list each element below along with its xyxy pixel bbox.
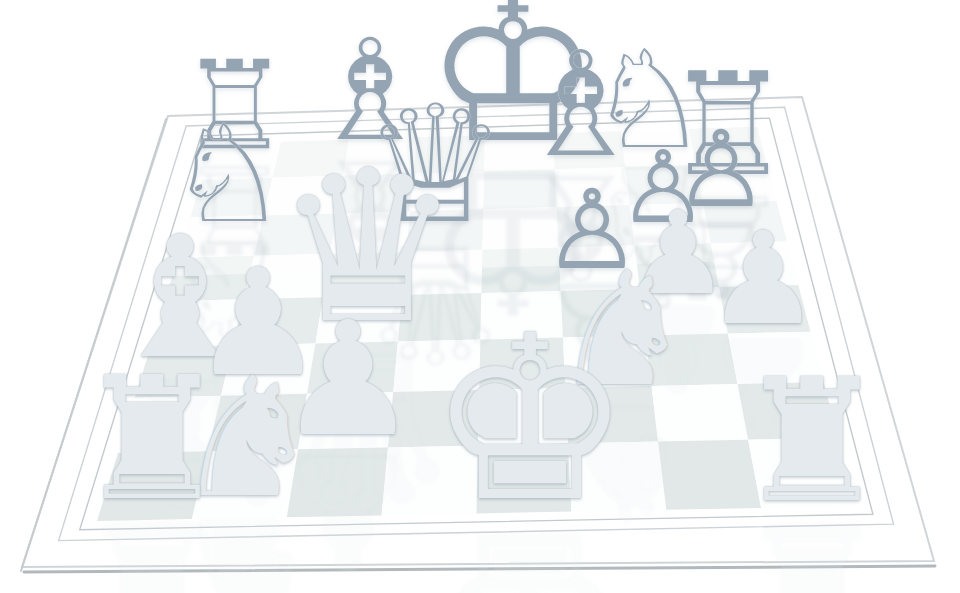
- piece-frosted-rook-h1[interactable]: ♜: [736, 356, 888, 526]
- piece-frosted-rook-a1[interactable]: ♜: [76, 354, 228, 524]
- piece-frosted-king-e1[interactable]: ♚: [428, 305, 632, 533]
- glass-chess-photo: ♗♗♔♔♘♘♖♖♗♗♖♖♙♙♘♘♙♙♕♕♙♙♟♟♟♟♛♛♝♝♟♟♞♞♟♟♞♞♜♜…: [0, 0, 960, 593]
- piece-frosted-pawn-h4[interactable]: ♟: [706, 215, 821, 343]
